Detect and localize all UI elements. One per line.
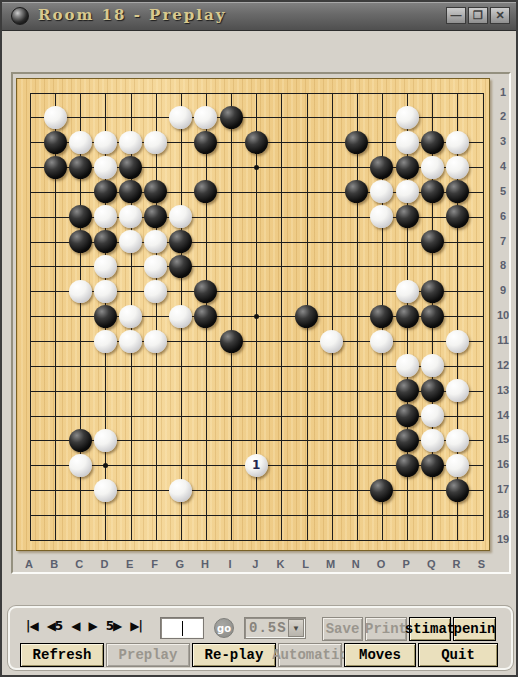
- black-stone-P6[interactable]: [396, 205, 419, 228]
- app-window: Room 18 - Preplay — ❐ ✕ 1 ABCDEFGHIJKLMN…: [0, 0, 518, 677]
- black-stone-G7[interactable]: [169, 230, 192, 253]
- speed-value: 0.5S: [249, 620, 287, 636]
- col-label-H: H: [197, 558, 213, 570]
- chevron-down-icon[interactable]: ▼: [288, 619, 304, 637]
- black-stone-C15[interactable]: [69, 429, 92, 452]
- playback-controls: |◀◀5◀▶5▶▶|: [26, 619, 142, 633]
- black-stone-H9[interactable]: [194, 280, 217, 303]
- col-label-K: K: [272, 558, 288, 570]
- white-stone-D17[interactable]: [94, 479, 117, 502]
- automatic-button[interactable]: Automatic: [278, 643, 342, 667]
- white-stone-O6[interactable]: [370, 205, 393, 228]
- white-stone-P9[interactable]: [396, 280, 419, 303]
- move-number-label: 1: [252, 458, 260, 472]
- star-point: [103, 463, 108, 468]
- print-button[interactable]: Print: [365, 617, 407, 641]
- back-5-button[interactable]: ◀5: [47, 619, 63, 633]
- go-board[interactable]: 1: [16, 78, 490, 551]
- moves-button[interactable]: Moves: [344, 643, 416, 667]
- white-stone-R16[interactable]: [446, 454, 469, 477]
- maximize-button[interactable]: ❐: [468, 7, 488, 24]
- white-stone-D6[interactable]: [94, 205, 117, 228]
- col-label-N: N: [348, 558, 364, 570]
- black-stone-Q10[interactable]: [421, 305, 444, 328]
- white-stone-G6[interactable]: [169, 205, 192, 228]
- black-stone-Q5[interactable]: [421, 180, 444, 203]
- col-label-G: G: [172, 558, 188, 570]
- black-stone-P10[interactable]: [396, 305, 419, 328]
- white-stone-D8[interactable]: [94, 255, 117, 278]
- black-stone-Q3[interactable]: [421, 131, 444, 154]
- black-stone-E5[interactable]: [119, 180, 142, 203]
- black-stone-C7[interactable]: [69, 230, 92, 253]
- grid-line: [281, 93, 282, 541]
- white-stone-Q4[interactable]: [421, 156, 444, 179]
- col-label-Q: Q: [423, 558, 439, 570]
- row-label-15: 15: [494, 433, 512, 445]
- grid-line: [30, 540, 484, 541]
- black-stone-Q7[interactable]: [421, 230, 444, 253]
- black-stone-D7[interactable]: [94, 230, 117, 253]
- white-stone-D11[interactable]: [94, 330, 117, 353]
- white-stone-P12[interactable]: [396, 354, 419, 377]
- black-stone-I11[interactable]: [220, 330, 243, 353]
- black-stone-B4[interactable]: [44, 156, 67, 179]
- opening-button[interactable]: penin: [453, 617, 496, 641]
- black-stone-H10[interactable]: [194, 305, 217, 328]
- grid-line: [483, 93, 484, 541]
- white-stone-O11[interactable]: [370, 330, 393, 353]
- white-stone-R11[interactable]: [446, 330, 469, 353]
- white-stone-P2[interactable]: [396, 106, 419, 129]
- black-stone-G8[interactable]: [169, 255, 192, 278]
- control-panel: |◀◀5◀▶5▶▶| go 0.5S ▼ SavePrintstimatpeni…: [8, 606, 513, 670]
- window-title: Room 18 - Preplay: [38, 6, 226, 24]
- row-label-17: 17: [494, 483, 512, 495]
- black-stone-N5[interactable]: [345, 180, 368, 203]
- white-stone-F3[interactable]: [144, 131, 167, 154]
- row-label-8: 8: [494, 259, 512, 271]
- grid-line: [332, 93, 333, 541]
- minimize-button[interactable]: —: [446, 7, 466, 24]
- white-stone-Q14[interactable]: [421, 404, 444, 427]
- row-label-3: 3: [494, 135, 512, 147]
- black-stone-P13[interactable]: [396, 379, 419, 402]
- black-stone-H5[interactable]: [194, 180, 217, 203]
- black-stone-Q16[interactable]: [421, 454, 444, 477]
- white-stone-D9[interactable]: [94, 280, 117, 303]
- col-label-B: B: [46, 558, 62, 570]
- col-label-O: O: [373, 558, 389, 570]
- estimate-button[interactable]: stimat: [409, 617, 451, 641]
- playback-row: |◀◀5◀▶5▶▶| go 0.5S ▼ SavePrintstimatpeni…: [10, 617, 511, 641]
- white-stone-R3[interactable]: [446, 131, 469, 154]
- col-label-D: D: [96, 558, 112, 570]
- row-label-5: 5: [494, 185, 512, 197]
- row-label-1: 1: [494, 86, 512, 98]
- white-stone-Q12[interactable]: [421, 354, 444, 377]
- white-stone-P5[interactable]: [396, 180, 419, 203]
- black-stone-D5[interactable]: [94, 180, 117, 203]
- row-label-4: 4: [494, 160, 512, 172]
- black-stone-O17[interactable]: [370, 479, 393, 502]
- move-number-input[interactable]: [160, 617, 204, 639]
- text-caret: [182, 621, 183, 636]
- white-stone-F7[interactable]: [144, 230, 167, 253]
- title-bar[interactable]: Room 18 - Preplay — ❐ ✕: [2, 2, 516, 31]
- black-stone-R5[interactable]: [446, 180, 469, 203]
- white-stone-E3[interactable]: [119, 131, 142, 154]
- black-stone-L10[interactable]: [295, 305, 318, 328]
- black-stone-P4[interactable]: [396, 156, 419, 179]
- first-move-button[interactable]: |◀: [26, 619, 38, 633]
- col-label-I: I: [222, 558, 238, 570]
- white-stone-E10[interactable]: [119, 305, 142, 328]
- black-stone-J3[interactable]: [245, 131, 268, 154]
- row-label-16: 16: [494, 458, 512, 470]
- back-1-button[interactable]: ◀: [71, 619, 79, 633]
- white-stone-P3[interactable]: [396, 131, 419, 154]
- black-stone-D10[interactable]: [94, 305, 117, 328]
- forward-1-button[interactable]: ▶: [88, 619, 96, 633]
- black-stone-I2[interactable]: [220, 106, 243, 129]
- preplay-button[interactable]: Preplay: [106, 643, 190, 667]
- black-stone-P15[interactable]: [396, 429, 419, 452]
- last-move-button[interactable]: ▶|: [130, 619, 142, 633]
- row-label-11: 11: [494, 334, 512, 346]
- row-label-18: 18: [494, 508, 512, 520]
- black-stone-C4[interactable]: [69, 156, 92, 179]
- black-stone-P16[interactable]: [396, 454, 419, 477]
- black-stone-F5[interactable]: [144, 180, 167, 203]
- black-stone-P14[interactable]: [396, 404, 419, 427]
- row-label-7: 7: [494, 235, 512, 247]
- black-stone-O4[interactable]: [370, 156, 393, 179]
- white-stone-G10[interactable]: [169, 305, 192, 328]
- app-icon: [11, 7, 29, 25]
- white-stone-F9[interactable]: [144, 280, 167, 303]
- white-stone-C9[interactable]: [69, 280, 92, 303]
- col-label-M: M: [323, 558, 339, 570]
- white-stone-C16[interactable]: [69, 454, 92, 477]
- col-label-J: J: [247, 558, 263, 570]
- col-label-C: C: [71, 558, 87, 570]
- black-stone-E4[interactable]: [119, 156, 142, 179]
- white-stone-C3[interactable]: [69, 131, 92, 154]
- col-label-S: S: [474, 558, 490, 570]
- white-stone-R13[interactable]: [446, 379, 469, 402]
- row-label-6: 6: [494, 210, 512, 222]
- close-button[interactable]: ✕: [490, 7, 510, 24]
- col-label-F: F: [147, 558, 163, 570]
- save-button[interactable]: Save: [322, 617, 363, 641]
- black-stone-C6[interactable]: [69, 205, 92, 228]
- col-label-L: L: [298, 558, 314, 570]
- replay-button[interactable]: Re-play: [192, 643, 276, 667]
- forward-5-button[interactable]: 5▶: [106, 619, 122, 633]
- white-stone-E11[interactable]: [119, 330, 142, 353]
- star-point: [254, 165, 259, 170]
- star-point: [254, 314, 259, 319]
- row-label-12: 12: [494, 359, 512, 371]
- bottom-buttons: RefreshPreplayRe-playAutomaticMovesQuit: [10, 643, 511, 667]
- refresh-button[interactable]: Refresh: [20, 643, 104, 667]
- black-stone-F6[interactable]: [144, 205, 167, 228]
- white-stone-M11[interactable]: [320, 330, 343, 353]
- row-label-13: 13: [494, 384, 512, 396]
- black-stone-N3[interactable]: [345, 131, 368, 154]
- black-stone-R6[interactable]: [446, 205, 469, 228]
- black-stone-R17[interactable]: [446, 479, 469, 502]
- white-stone-D15[interactable]: [94, 429, 117, 452]
- white-stone-D3[interactable]: [94, 131, 117, 154]
- white-stone-F8[interactable]: [144, 255, 167, 278]
- row-label-19: 19: [494, 533, 512, 545]
- white-stone-F11[interactable]: [144, 330, 167, 353]
- col-label-E: E: [122, 558, 138, 570]
- white-stone-G2[interactable]: [169, 106, 192, 129]
- quit-button[interactable]: Quit: [418, 643, 498, 667]
- white-stone-B2[interactable]: [44, 106, 67, 129]
- white-stone-E7[interactable]: [119, 230, 142, 253]
- speed-select[interactable]: 0.5S ▼: [244, 617, 306, 639]
- white-stone-G17[interactable]: [169, 479, 192, 502]
- white-stone-E6[interactable]: [119, 205, 142, 228]
- col-label-A: A: [21, 558, 37, 570]
- go-button[interactable]: go: [214, 618, 234, 638]
- black-stone-Q13[interactable]: [421, 379, 444, 402]
- white-stone-Q15[interactable]: [421, 429, 444, 452]
- white-stone-H2[interactable]: [194, 106, 217, 129]
- white-stone-R15[interactable]: [446, 429, 469, 452]
- row-label-2: 2: [494, 110, 512, 122]
- black-stone-B3[interactable]: [44, 131, 67, 154]
- board-frame: 1 ABCDEFGHIJKLMNOPQRS1234567891011121314…: [11, 72, 511, 574]
- white-stone-O5[interactable]: [370, 180, 393, 203]
- grid-line: [30, 515, 484, 516]
- black-stone-Q9[interactable]: [421, 280, 444, 303]
- black-stone-O10[interactable]: [370, 305, 393, 328]
- white-stone-J16[interactable]: 1: [245, 454, 268, 477]
- grid-line: [357, 93, 358, 541]
- row-label-10: 10: [494, 309, 512, 321]
- col-label-R: R: [448, 558, 464, 570]
- row-label-14: 14: [494, 409, 512, 421]
- black-stone-H3[interactable]: [194, 131, 217, 154]
- white-stone-D4[interactable]: [94, 156, 117, 179]
- white-stone-R4[interactable]: [446, 156, 469, 179]
- col-label-P: P: [398, 558, 414, 570]
- row-label-9: 9: [494, 284, 512, 296]
